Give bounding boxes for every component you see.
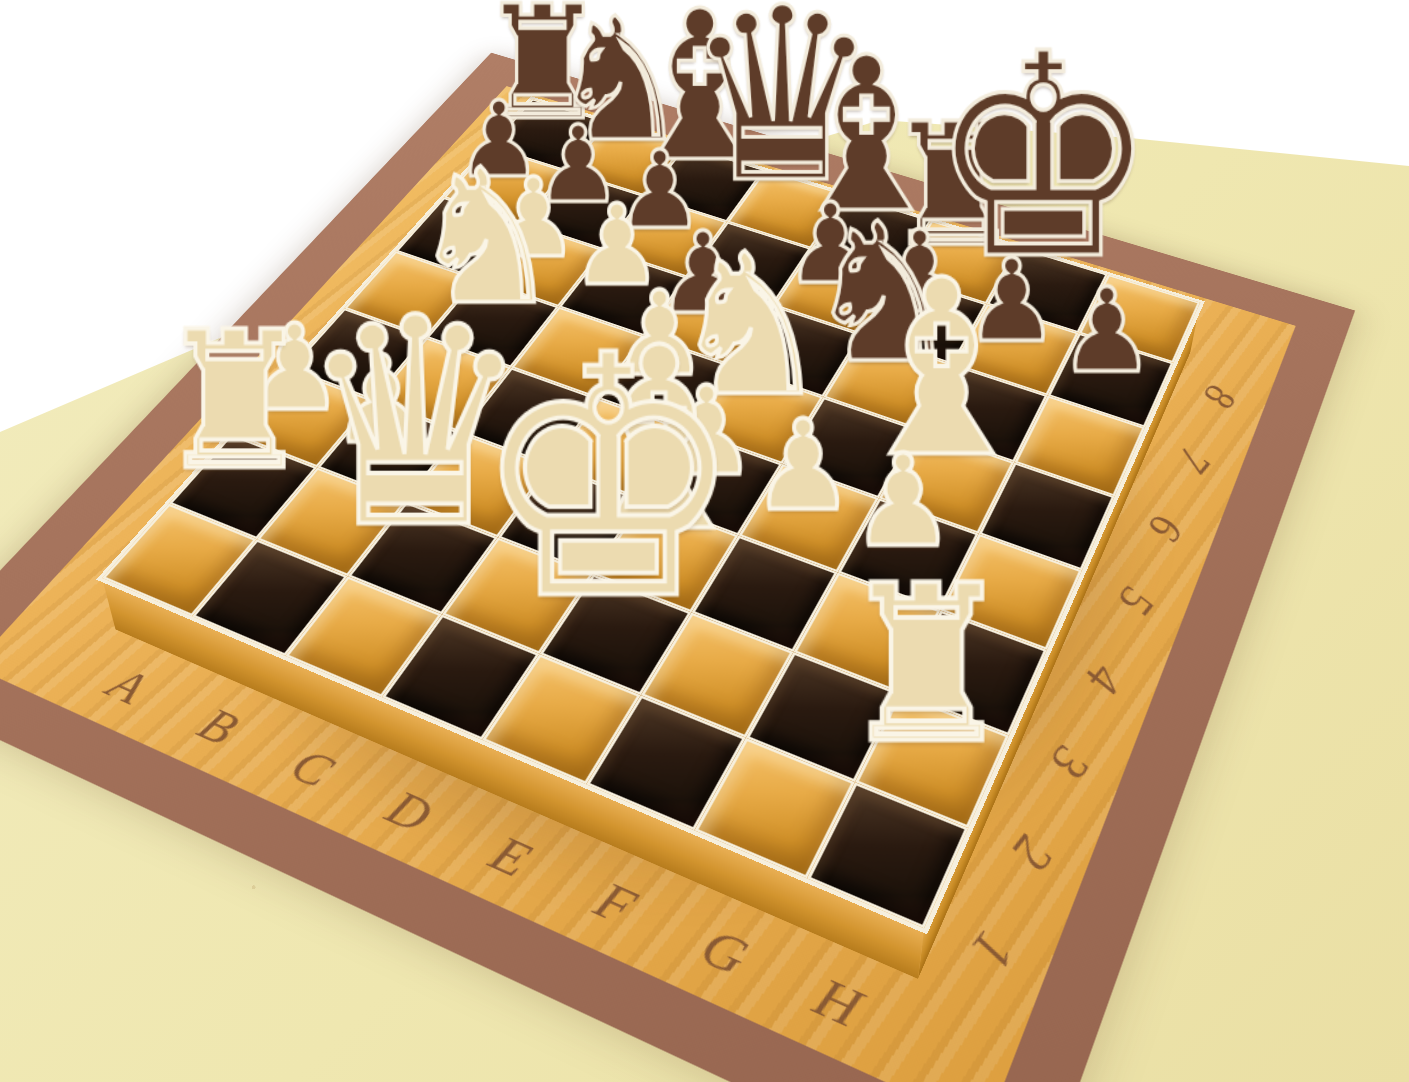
chess-piece-black-pawn[interactable]: ♟ [1059, 272, 1154, 388]
file-label-text: G [706, 943, 744, 960]
rank-label-text: 8 [1215, 390, 1226, 403]
file-label-text: D [393, 803, 427, 818]
rank-label-text: 3 [1063, 754, 1077, 772]
chess-piece-white-pawn[interactable]: ♟ [752, 403, 854, 528]
rank-label-text: 7 [1189, 454, 1200, 468]
file-label-text: H [818, 993, 858, 1011]
rank-label-text: 1 [986, 940, 1002, 961]
rank-label-text: 4 [1098, 671, 1111, 688]
file-label-text: E [496, 849, 526, 862]
file-label-text: A [115, 680, 141, 691]
rank-label-text: 6 [1160, 521, 1172, 535]
file-label-text: F [600, 896, 631, 910]
chess-piece-white-rook[interactable]: ♜ [156, 305, 312, 496]
rank-label-text: 2 [1026, 844, 1041, 863]
chess-piece-white-king[interactable]: ♚ [472, 312, 745, 645]
chess-piece-white-rook[interactable]: ♜ [838, 556, 1015, 772]
rank-label-text: 5 [1130, 594, 1143, 609]
file-label-text: B [205, 720, 232, 732]
file-label-text: C [297, 761, 327, 774]
